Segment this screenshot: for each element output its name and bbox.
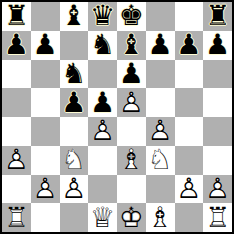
square-e2[interactable]: [117, 175, 146, 204]
square-g8[interactable]: [175, 2, 204, 31]
square-e5[interactable]: ♟♙: [117, 88, 146, 117]
black-pawn[interactable]: ♟: [2, 31, 31, 60]
white-rook[interactable]: ♜♖: [203, 203, 232, 232]
piece-glyph: ♚: [117, 2, 146, 31]
square-b3[interactable]: [31, 146, 60, 175]
square-a2[interactable]: [2, 175, 31, 204]
white-knight[interactable]: ♞♘: [146, 146, 175, 175]
white-bishop[interactable]: ♝♗: [146, 203, 175, 232]
chess-board-frame: ♜♝♛♚♜♟♟♞♝♟♟♟♞♟♟♟♟♙♟♙♟♙♟♙♞♘♝♗♞♘♟♙♟♙♟♙♟♙♜♖…: [0, 0, 234, 234]
piece-glyph: ♛: [88, 2, 117, 31]
square-h8[interactable]: ♜: [203, 2, 232, 31]
white-pawn[interactable]: ♟♙: [146, 117, 175, 146]
square-b5[interactable]: [31, 88, 60, 117]
black-rook[interactable]: ♜: [203, 2, 232, 31]
piece-glyph-outline: ♔: [117, 203, 146, 232]
piece-glyph: ♟: [60, 88, 89, 117]
square-h7[interactable]: ♟: [203, 31, 232, 60]
square-d7[interactable]: ♞: [88, 31, 117, 60]
white-pawn[interactable]: ♟♙: [88, 117, 117, 146]
black-bishop[interactable]: ♝: [60, 2, 89, 31]
black-bishop[interactable]: ♝: [117, 31, 146, 60]
square-b7[interactable]: ♟: [31, 31, 60, 60]
black-pawn[interactable]: ♟: [175, 31, 204, 60]
piece-glyph-outline: ♙: [31, 175, 60, 204]
piece-glyph: ♟: [2, 31, 31, 60]
piece-glyph: ♜: [203, 2, 232, 31]
square-a7[interactable]: ♟: [2, 31, 31, 60]
black-queen[interactable]: ♛: [88, 2, 117, 31]
piece-glyph-outline: ♙: [146, 117, 175, 146]
square-f6[interactable]: [146, 60, 175, 89]
square-e1[interactable]: ♚♔: [117, 203, 146, 232]
black-king[interactable]: ♚: [117, 2, 146, 31]
square-h5[interactable]: [203, 88, 232, 117]
white-pawn[interactable]: ♟♙: [2, 146, 31, 175]
black-pawn[interactable]: ♟: [60, 88, 89, 117]
square-h3[interactable]: [203, 146, 232, 175]
white-king[interactable]: ♚♔: [117, 203, 146, 232]
piece-glyph: ♝: [60, 2, 89, 31]
square-f3[interactable]: ♞♘: [146, 146, 175, 175]
square-f2[interactable]: [146, 175, 175, 204]
piece-glyph-outline: ♗: [146, 203, 175, 232]
piece-glyph: ♟: [146, 31, 175, 60]
piece-glyph-outline: ♙: [88, 117, 117, 146]
square-c2[interactable]: ♟♙: [60, 175, 89, 204]
black-knight[interactable]: ♞: [60, 60, 89, 89]
piece-glyph: ♟: [203, 31, 232, 60]
white-pawn[interactable]: ♟♙: [203, 175, 232, 204]
square-a4[interactable]: [2, 117, 31, 146]
black-pawn[interactable]: ♟: [203, 31, 232, 60]
square-d4[interactable]: ♟♙: [88, 117, 117, 146]
piece-glyph-outline: ♙: [60, 175, 89, 204]
black-pawn[interactable]: ♟: [146, 31, 175, 60]
square-h4[interactable]: [203, 117, 232, 146]
square-h2[interactable]: ♟♙: [203, 175, 232, 204]
square-a3[interactable]: ♟♙: [2, 146, 31, 175]
piece-glyph-outline: ♖: [203, 203, 232, 232]
square-c6[interactable]: ♞: [60, 60, 89, 89]
piece-glyph-outline: ♖: [2, 203, 31, 232]
square-b1[interactable]: [31, 203, 60, 232]
square-c7[interactable]: [60, 31, 89, 60]
square-a8[interactable]: ♜: [2, 2, 31, 31]
square-a6[interactable]: [2, 60, 31, 89]
piece-glyph: ♟: [117, 60, 146, 89]
piece-glyph: ♟: [31, 31, 60, 60]
white-bishop[interactable]: ♝♗: [117, 146, 146, 175]
square-c5[interactable]: ♟: [60, 88, 89, 117]
black-rook[interactable]: ♜: [2, 2, 31, 31]
square-f5[interactable]: [146, 88, 175, 117]
square-e7[interactable]: ♝: [117, 31, 146, 60]
white-queen[interactable]: ♛♕: [88, 203, 117, 232]
square-e8[interactable]: ♚: [117, 2, 146, 31]
piece-glyph-outline: ♙: [175, 175, 204, 204]
square-d5[interactable]: ♟: [88, 88, 117, 117]
chess-board: ♜♝♛♚♜♟♟♞♝♟♟♟♞♟♟♟♟♙♟♙♟♙♟♙♞♘♝♗♞♘♟♙♟♙♟♙♟♙♜♖…: [0, 0, 234, 234]
piece-glyph: ♟: [175, 31, 204, 60]
piece-glyph: ♜: [2, 2, 31, 31]
black-pawn[interactable]: ♟: [31, 31, 60, 60]
square-d3[interactable]: [88, 146, 117, 175]
white-pawn[interactable]: ♟♙: [117, 88, 146, 117]
square-g3[interactable]: [175, 146, 204, 175]
square-c1[interactable]: [60, 203, 89, 232]
square-b4[interactable]: [31, 117, 60, 146]
square-e3[interactable]: ♝♗: [117, 146, 146, 175]
square-g5[interactable]: [175, 88, 204, 117]
square-d2[interactable]: [88, 175, 117, 204]
square-a5[interactable]: [2, 88, 31, 117]
square-c8[interactable]: ♝: [60, 2, 89, 31]
square-d8[interactable]: ♛: [88, 2, 117, 31]
square-h1[interactable]: ♜♖: [203, 203, 232, 232]
square-c4[interactable]: [60, 117, 89, 146]
square-g4[interactable]: [175, 117, 204, 146]
piece-glyph-outline: ♙: [117, 88, 146, 117]
white-pawn[interactable]: ♟♙: [175, 175, 204, 204]
square-b2[interactable]: ♟♙: [31, 175, 60, 204]
piece-glyph-outline: ♙: [203, 175, 232, 204]
piece-glyph-outline: ♘: [60, 146, 89, 175]
piece-glyph: ♝: [117, 31, 146, 60]
square-f4[interactable]: ♟♙: [146, 117, 175, 146]
square-g1[interactable]: [175, 203, 204, 232]
square-g7[interactable]: ♟: [175, 31, 204, 60]
black-knight[interactable]: ♞: [88, 31, 117, 60]
square-d6[interactable]: [88, 60, 117, 89]
black-pawn[interactable]: ♟: [117, 60, 146, 89]
square-c3[interactable]: ♞♘: [60, 146, 89, 175]
piece-glyph: ♟: [88, 88, 117, 117]
square-d1[interactable]: ♛♕: [88, 203, 117, 232]
piece-glyph: ♞: [88, 31, 117, 60]
piece-glyph-outline: ♙: [2, 146, 31, 175]
square-f8[interactable]: [146, 2, 175, 31]
square-b6[interactable]: [31, 60, 60, 89]
white-rook[interactable]: ♜♖: [2, 203, 31, 232]
black-pawn[interactable]: ♟: [88, 88, 117, 117]
square-e6[interactable]: ♟: [117, 60, 146, 89]
white-knight[interactable]: ♞♘: [60, 146, 89, 175]
square-b8[interactable]: [31, 2, 60, 31]
piece-glyph-outline: ♗: [117, 146, 146, 175]
piece-glyph-outline: ♕: [88, 203, 117, 232]
square-g6[interactable]: [175, 60, 204, 89]
square-f7[interactable]: ♟: [146, 31, 175, 60]
piece-glyph: ♞: [60, 60, 89, 89]
white-pawn[interactable]: ♟♙: [31, 175, 60, 204]
white-pawn[interactable]: ♟♙: [60, 175, 89, 204]
square-g2[interactable]: ♟♙: [175, 175, 204, 204]
piece-glyph-outline: ♘: [146, 146, 175, 175]
square-h6[interactable]: [203, 60, 232, 89]
square-e4[interactable]: [117, 117, 146, 146]
square-a1[interactable]: ♜♖: [2, 203, 31, 232]
square-f1[interactable]: ♝♗: [146, 203, 175, 232]
